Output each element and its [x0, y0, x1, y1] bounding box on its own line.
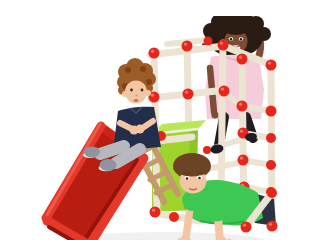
photo-canvas: [40, 16, 278, 240]
crawling-boy-fringe: [176, 164, 208, 177]
sitting-boy-shoe: [100, 159, 117, 171]
girl-fringe: [223, 23, 249, 35]
sitting-boy-nose: [136, 95, 138, 97]
playset-product-photo: [40, 16, 278, 240]
sitting-boy-left-leg: [100, 146, 124, 154]
frame-post: [221, 43, 223, 204]
crawling-boy-left-arm: [186, 208, 190, 238]
sitting-boy-shoe: [84, 147, 100, 158]
sitting-boy-mouth: [134, 99, 139, 101]
crawling-boy-sleeve: [208, 207, 226, 222]
crawling-boy-sleeve: [184, 197, 200, 211]
girl-left-hand: [212, 112, 219, 119]
sitting-boy-hands: [136, 125, 145, 134]
